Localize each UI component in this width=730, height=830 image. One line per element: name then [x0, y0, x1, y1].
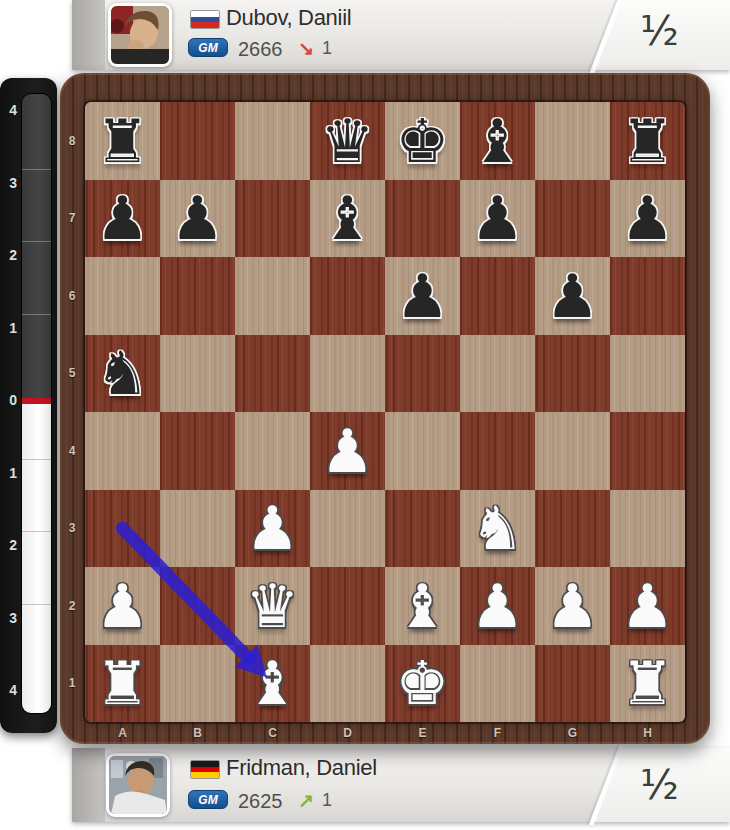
- square-b4[interactable]: [160, 412, 235, 490]
- white-pawn-g2[interactable]: ♟: [535, 567, 610, 645]
- germany-flag-icon: [190, 760, 220, 779]
- square-b3[interactable]: [160, 490, 235, 568]
- eval-scale-label: 0: [0, 391, 17, 409]
- square-d6[interactable]: [310, 257, 385, 335]
- square-h1[interactable]: ♜: [610, 645, 685, 723]
- square-c7[interactable]: [235, 180, 310, 258]
- eval-black-side: [22, 94, 51, 398]
- black-pawn-e6[interactable]: ♟: [385, 257, 460, 335]
- black-pawn-a7[interactable]: ♟: [85, 180, 160, 258]
- eval-tick: [22, 169, 51, 170]
- eval-scale-label: 4: [0, 681, 17, 699]
- square-g4[interactable]: [535, 412, 610, 490]
- eval-scale-label: 1: [0, 464, 17, 482]
- square-h4[interactable]: [610, 412, 685, 490]
- rating-trend-down-icon: ↘: [298, 37, 314, 60]
- square-a7[interactable]: ♟: [85, 180, 160, 258]
- square-b8[interactable]: [160, 102, 235, 180]
- rank-label-7: 7: [64, 209, 80, 227]
- square-d5[interactable]: [310, 335, 385, 413]
- square-d8[interactable]: ♛: [310, 102, 385, 180]
- square-d3[interactable]: [310, 490, 385, 568]
- square-e5[interactable]: [385, 335, 460, 413]
- file-label-a: A: [85, 723, 160, 743]
- square-f7[interactable]: ♟: [460, 180, 535, 258]
- black-pawn-g6[interactable]: ♟: [535, 257, 610, 335]
- file-label-h: H: [610, 723, 685, 743]
- white-pawn-c3[interactable]: ♟: [235, 490, 310, 568]
- square-f8[interactable]: ♝: [460, 102, 535, 180]
- top-player-trend-value: 1: [322, 38, 332, 59]
- top-player-rating: 2666: [238, 38, 283, 61]
- bottom-player-trend-value: 1: [322, 790, 332, 811]
- black-rook-h8[interactable]: ♜: [610, 102, 685, 180]
- square-h7[interactable]: ♟: [610, 180, 685, 258]
- eval-scale-label: 3: [0, 174, 17, 192]
- square-f5[interactable]: [460, 335, 535, 413]
- eval-scale-label: 3: [0, 609, 17, 627]
- white-pawn-f2[interactable]: ♟: [460, 567, 535, 645]
- top-player-photo: [111, 6, 169, 64]
- bottom-player-avatar: [106, 753, 170, 817]
- square-b2[interactable]: [160, 567, 235, 645]
- white-pawn-h2[interactable]: ♟: [610, 567, 685, 645]
- square-d7[interactable]: ♝: [310, 180, 385, 258]
- square-g1[interactable]: [535, 645, 610, 723]
- eval-scale-label: 2: [0, 536, 17, 554]
- file-label-d: D: [310, 723, 385, 743]
- square-g2[interactable]: ♟: [535, 567, 610, 645]
- rank-label-4: 4: [64, 442, 80, 460]
- rank-label-1: 1: [64, 674, 80, 692]
- russia-flag-icon: [190, 10, 220, 29]
- bottom-player-photo: [109, 756, 167, 814]
- white-rook-a1[interactable]: ♜: [85, 645, 160, 723]
- square-b7[interactable]: ♟: [160, 180, 235, 258]
- eval-tick: [22, 459, 51, 460]
- square-c2[interactable]: ♛: [235, 567, 310, 645]
- eval-white-side: [22, 404, 51, 713]
- square-c3[interactable]: ♟: [235, 490, 310, 568]
- eval-scale-label: 4: [0, 101, 17, 119]
- square-c4[interactable]: [235, 412, 310, 490]
- square-h5[interactable]: [610, 335, 685, 413]
- black-pawn-h7[interactable]: ♟: [610, 180, 685, 258]
- eval-tick: [22, 314, 51, 315]
- square-g8[interactable]: [535, 102, 610, 180]
- white-king-e1[interactable]: ♚: [385, 645, 460, 723]
- square-d1[interactable]: [310, 645, 385, 723]
- white-bishop-c1[interactable]: ♝: [235, 645, 310, 723]
- square-e6[interactable]: ♟: [385, 257, 460, 335]
- square-a1[interactable]: ♜: [85, 645, 160, 723]
- top-score-area: ½: [592, 0, 730, 70]
- eval-scale-label: 1: [0, 319, 17, 337]
- square-a6[interactable]: [85, 257, 160, 335]
- broadcast-board: ½ Dubov, Daniil GM 2666 ↘ 1 ½: [0, 0, 730, 830]
- eval-tick: [22, 531, 51, 532]
- square-h2[interactable]: ♟: [610, 567, 685, 645]
- rank-label-5: 5: [64, 364, 80, 382]
- square-d2[interactable]: [310, 567, 385, 645]
- black-bishop-d7[interactable]: ♝: [310, 180, 385, 258]
- square-a5[interactable]: ♞: [85, 335, 160, 413]
- bottom-player-score: ½: [640, 762, 679, 808]
- bottom-player-bar: ½: [72, 748, 730, 822]
- top-player-score: ½: [640, 8, 679, 54]
- square-e1[interactable]: ♚: [385, 645, 460, 723]
- square-c6[interactable]: [235, 257, 310, 335]
- rank-label-8: 8: [64, 132, 80, 150]
- square-f6[interactable]: [460, 257, 535, 335]
- white-knight-f3[interactable]: ♞: [460, 490, 535, 568]
- square-b5[interactable]: [160, 335, 235, 413]
- bottom-player-name: Fridman, Daniel: [226, 755, 377, 781]
- square-e2[interactable]: ♝: [385, 567, 460, 645]
- square-c5[interactable]: [235, 335, 310, 413]
- eval-tick: [22, 241, 51, 242]
- eval-tick: [22, 604, 51, 605]
- black-pawn-f7[interactable]: ♟: [460, 180, 535, 258]
- square-f3[interactable]: ♞: [460, 490, 535, 568]
- white-queen-c2[interactable]: ♛: [235, 567, 310, 645]
- black-pawn-b7[interactable]: ♟: [160, 180, 235, 258]
- square-b6[interactable]: [160, 257, 235, 335]
- square-a2[interactable]: ♟: [85, 567, 160, 645]
- chess-board-frame: ♜♛♚♝♜♟♟♝♟♟♟♟♞♟♟♞♟♛♝♟♟♟♜♝♚♜ ABCDEFGH87654…: [60, 73, 710, 744]
- bottom-player-title-badge: GM: [188, 790, 228, 809]
- square-f2[interactable]: ♟: [460, 567, 535, 645]
- square-h6[interactable]: [610, 257, 685, 335]
- chess-board[interactable]: ♜♛♚♝♜♟♟♝♟♟♟♟♞♟♟♞♟♛♝♟♟♟♜♝♚♜: [85, 102, 685, 722]
- square-g3[interactable]: [535, 490, 610, 568]
- black-queen-d8[interactable]: ♛: [310, 102, 385, 180]
- rank-label-6: 6: [64, 287, 80, 305]
- rating-trend-up-icon: ↗: [298, 789, 314, 812]
- rank-label-3: 3: [64, 519, 80, 537]
- file-label-e: E: [385, 723, 460, 743]
- square-c8[interactable]: [235, 102, 310, 180]
- square-g5[interactable]: [535, 335, 610, 413]
- square-a3[interactable]: [85, 490, 160, 568]
- bottom-bar-left-cap: [72, 748, 105, 822]
- black-rook-a8[interactable]: ♜: [85, 102, 160, 180]
- square-h3[interactable]: [610, 490, 685, 568]
- bottom-score-area: ½: [592, 748, 730, 822]
- file-label-f: F: [460, 723, 535, 743]
- square-g6[interactable]: ♟: [535, 257, 610, 335]
- square-h8[interactable]: ♜: [610, 102, 685, 180]
- evaluation-track: [21, 93, 52, 714]
- square-a4[interactable]: [85, 412, 160, 490]
- black-knight-a5[interactable]: ♞: [85, 335, 160, 413]
- file-label-g: G: [535, 723, 610, 743]
- square-g7[interactable]: [535, 180, 610, 258]
- file-label-b: B: [160, 723, 235, 743]
- white-rook-h1[interactable]: ♜: [610, 645, 685, 723]
- top-player-avatar: [108, 3, 172, 67]
- square-b1[interactable]: [160, 645, 235, 723]
- black-king-e8[interactable]: ♚: [385, 102, 460, 180]
- square-e3[interactable]: [385, 490, 460, 568]
- square-f4[interactable]: [460, 412, 535, 490]
- square-f1[interactable]: [460, 645, 535, 723]
- square-c1[interactable]: ♝: [235, 645, 310, 723]
- top-bar-left-cap: [72, 0, 105, 70]
- top-player-title-badge: GM: [188, 38, 228, 57]
- square-e8[interactable]: ♚: [385, 102, 460, 180]
- square-e7[interactable]: [385, 180, 460, 258]
- square-a8[interactable]: ♜: [85, 102, 160, 180]
- square-e4[interactable]: [385, 412, 460, 490]
- top-player-name: Dubov, Daniil: [226, 5, 351, 31]
- square-d4[interactable]: ♟: [310, 412, 385, 490]
- black-bishop-f8[interactable]: ♝: [460, 102, 535, 180]
- evaluation-bar: 432101234: [0, 78, 57, 733]
- file-label-c: C: [235, 723, 310, 743]
- white-pawn-a2[interactable]: ♟: [85, 567, 160, 645]
- white-pawn-d4[interactable]: ♟: [310, 412, 385, 490]
- eval-scale-label: 2: [0, 246, 17, 264]
- white-bishop-e2[interactable]: ♝: [385, 567, 460, 645]
- bottom-player-rating: 2625: [238, 790, 283, 813]
- rank-label-2: 2: [64, 597, 80, 615]
